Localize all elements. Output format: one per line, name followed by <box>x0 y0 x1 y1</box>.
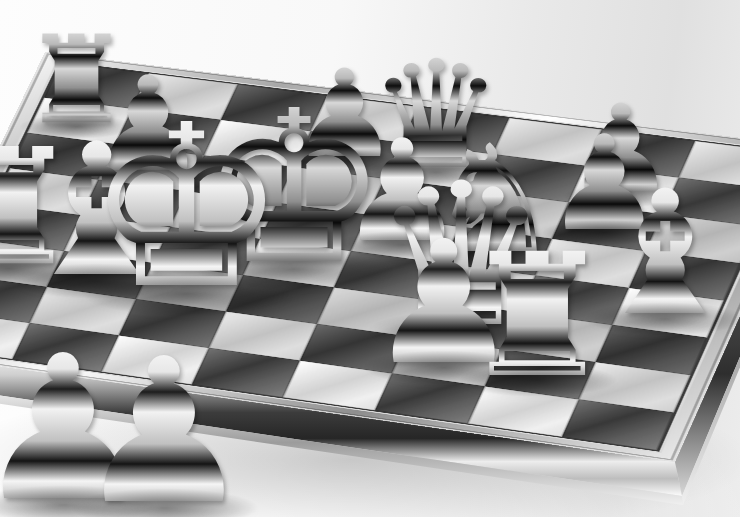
chess-photo-scene: ♜♟♛♟♟♟♟♞♜♚♝♚♝♛♟♜♟♟ <box>0 0 740 517</box>
